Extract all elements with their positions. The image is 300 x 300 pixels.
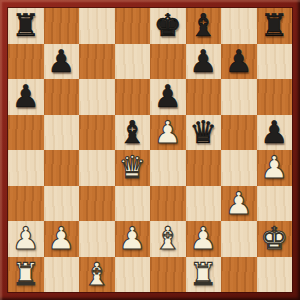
piece-black-bishop[interactable]: ♝ bbox=[189, 8, 217, 43]
square-c6[interactable] bbox=[79, 79, 115, 115]
piece-white-pawn[interactable]: ♟ bbox=[12, 221, 40, 256]
square-c2[interactable] bbox=[79, 221, 115, 257]
square-a1[interactable]: ♜ bbox=[8, 257, 44, 293]
square-b8[interactable] bbox=[44, 8, 80, 44]
piece-white-queen[interactable]: ♛ bbox=[118, 150, 146, 185]
square-d3[interactable] bbox=[115, 186, 151, 222]
square-e6[interactable]: ♟ bbox=[150, 79, 186, 115]
square-e7[interactable] bbox=[150, 44, 186, 80]
square-b5[interactable] bbox=[44, 115, 80, 151]
square-f6[interactable] bbox=[186, 79, 222, 115]
square-a5[interactable] bbox=[8, 115, 44, 151]
square-c5[interactable] bbox=[79, 115, 115, 151]
square-d2[interactable]: ♟ bbox=[115, 221, 151, 257]
square-h6[interactable] bbox=[257, 79, 293, 115]
piece-black-queen[interactable]: ♛ bbox=[189, 115, 217, 150]
square-c4[interactable] bbox=[79, 150, 115, 186]
square-f1[interactable]: ♜ bbox=[186, 257, 222, 293]
square-g7[interactable]: ♟ bbox=[221, 44, 257, 80]
square-a7[interactable] bbox=[8, 44, 44, 80]
piece-white-rook[interactable]: ♜ bbox=[189, 257, 217, 292]
square-c3[interactable] bbox=[79, 186, 115, 222]
square-g6[interactable] bbox=[221, 79, 257, 115]
square-h7[interactable] bbox=[257, 44, 293, 80]
square-a8[interactable]: ♜ bbox=[8, 8, 44, 44]
square-f8[interactable]: ♝ bbox=[186, 8, 222, 44]
square-f5[interactable]: ♛ bbox=[186, 115, 222, 151]
piece-white-king[interactable]: ♚ bbox=[260, 221, 288, 256]
square-d1[interactable] bbox=[115, 257, 151, 293]
chess-board[interactable]: ♜♚♝♜♟♟♟♟♟♝♟♛♟♛♟♟♟♟♟♝♟♚♜♝♜ bbox=[8, 8, 292, 292]
square-d7[interactable] bbox=[115, 44, 151, 80]
square-d5[interactable]: ♝ bbox=[115, 115, 151, 151]
square-f4[interactable] bbox=[186, 150, 222, 186]
piece-black-rook[interactable]: ♜ bbox=[12, 8, 40, 43]
piece-white-pawn[interactable]: ♟ bbox=[260, 150, 288, 185]
square-e4[interactable] bbox=[150, 150, 186, 186]
square-a2[interactable]: ♟ bbox=[8, 221, 44, 257]
piece-white-pawn[interactable]: ♟ bbox=[118, 221, 146, 256]
square-e1[interactable] bbox=[150, 257, 186, 293]
piece-black-rook[interactable]: ♜ bbox=[260, 8, 288, 43]
piece-black-bishop[interactable]: ♝ bbox=[118, 115, 146, 150]
square-b7[interactable]: ♟ bbox=[44, 44, 80, 80]
piece-black-pawn[interactable]: ♟ bbox=[154, 79, 182, 114]
square-h2[interactable]: ♚ bbox=[257, 221, 293, 257]
square-b4[interactable] bbox=[44, 150, 80, 186]
chess-board-frame: ♜♚♝♜♟♟♟♟♟♝♟♛♟♛♟♟♟♟♟♝♟♚♜♝♜ bbox=[0, 0, 300, 300]
piece-black-pawn[interactable]: ♟ bbox=[260, 115, 288, 150]
square-g1[interactable] bbox=[221, 257, 257, 293]
square-h1[interactable] bbox=[257, 257, 293, 293]
square-d6[interactable] bbox=[115, 79, 151, 115]
piece-black-pawn[interactable]: ♟ bbox=[12, 79, 40, 114]
square-f3[interactable] bbox=[186, 186, 222, 222]
square-h3[interactable] bbox=[257, 186, 293, 222]
square-c1[interactable]: ♝ bbox=[79, 257, 115, 293]
square-h8[interactable]: ♜ bbox=[257, 8, 293, 44]
piece-white-pawn[interactable]: ♟ bbox=[47, 221, 75, 256]
square-b6[interactable] bbox=[44, 79, 80, 115]
square-b2[interactable]: ♟ bbox=[44, 221, 80, 257]
piece-black-pawn[interactable]: ♟ bbox=[189, 44, 217, 79]
piece-white-bishop[interactable]: ♝ bbox=[154, 221, 182, 256]
piece-white-pawn[interactable]: ♟ bbox=[225, 186, 253, 221]
square-b3[interactable] bbox=[44, 186, 80, 222]
square-h4[interactable]: ♟ bbox=[257, 150, 293, 186]
square-f7[interactable]: ♟ bbox=[186, 44, 222, 80]
piece-white-bishop[interactable]: ♝ bbox=[83, 257, 111, 292]
piece-white-pawn[interactable]: ♟ bbox=[189, 221, 217, 256]
square-a3[interactable] bbox=[8, 186, 44, 222]
piece-black-pawn[interactable]: ♟ bbox=[225, 44, 253, 79]
square-g3[interactable]: ♟ bbox=[221, 186, 257, 222]
square-g2[interactable] bbox=[221, 221, 257, 257]
square-d8[interactable] bbox=[115, 8, 151, 44]
square-g4[interactable] bbox=[221, 150, 257, 186]
square-e8[interactable]: ♚ bbox=[150, 8, 186, 44]
square-g5[interactable] bbox=[221, 115, 257, 151]
square-c7[interactable] bbox=[79, 44, 115, 80]
square-d4[interactable]: ♛ bbox=[115, 150, 151, 186]
square-c8[interactable] bbox=[79, 8, 115, 44]
piece-white-pawn[interactable]: ♟ bbox=[154, 115, 182, 150]
square-g8[interactable] bbox=[221, 8, 257, 44]
piece-white-rook[interactable]: ♜ bbox=[12, 257, 40, 292]
square-b1[interactable] bbox=[44, 257, 80, 293]
square-e3[interactable] bbox=[150, 186, 186, 222]
piece-black-king[interactable]: ♚ bbox=[154, 8, 182, 43]
square-e2[interactable]: ♝ bbox=[150, 221, 186, 257]
piece-black-pawn[interactable]: ♟ bbox=[47, 44, 75, 79]
square-h5[interactable]: ♟ bbox=[257, 115, 293, 151]
square-a4[interactable] bbox=[8, 150, 44, 186]
square-a6[interactable]: ♟ bbox=[8, 79, 44, 115]
square-e5[interactable]: ♟ bbox=[150, 115, 186, 151]
square-f2[interactable]: ♟ bbox=[186, 221, 222, 257]
